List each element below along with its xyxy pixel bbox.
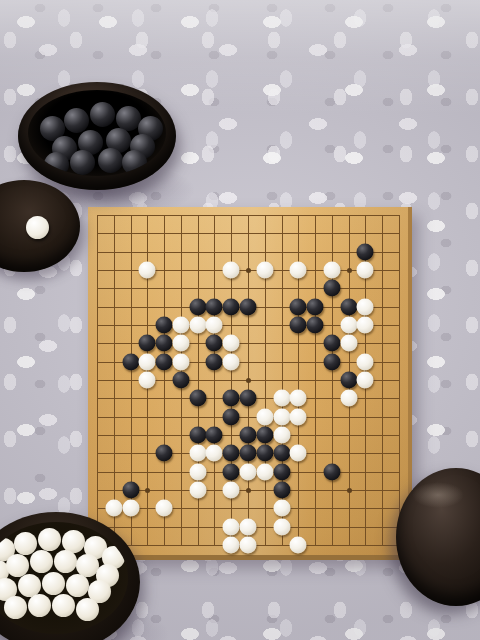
white-stone[interactable] <box>172 317 189 334</box>
white-stone[interactable] <box>189 482 206 499</box>
black-stone[interactable] <box>189 390 206 407</box>
white-stone[interactable] <box>122 500 139 517</box>
white-stone[interactable] <box>223 335 240 352</box>
white-stone[interactable] <box>223 262 240 279</box>
white-stone[interactable] <box>172 335 189 352</box>
hoshi-star-point <box>246 268 251 273</box>
captured-white-stone <box>26 216 49 239</box>
white-stone[interactable] <box>139 353 156 370</box>
white-stone[interactable] <box>156 500 173 517</box>
white-stone[interactable] <box>206 445 223 462</box>
black-stone[interactable] <box>206 427 223 444</box>
black-stone[interactable] <box>189 427 206 444</box>
white-stone[interactable] <box>223 482 240 499</box>
white-stone-in-bowl <box>54 550 77 573</box>
black-stone[interactable] <box>156 445 173 462</box>
black-stone[interactable] <box>240 445 257 462</box>
black-stone[interactable] <box>290 317 307 334</box>
white-stone[interactable] <box>223 537 240 554</box>
white-stone[interactable] <box>189 317 206 334</box>
white-stone[interactable] <box>290 262 307 279</box>
hoshi-star-point <box>347 268 352 273</box>
black-stone[interactable] <box>189 298 206 315</box>
white-stone[interactable] <box>273 427 290 444</box>
white-stone[interactable] <box>357 298 374 315</box>
black-stone-bowl[interactable] <box>18 82 176 190</box>
white-stone-in-bowl <box>52 594 75 617</box>
white-stone[interactable] <box>357 372 374 389</box>
white-stone[interactable] <box>240 463 257 480</box>
black-stone-in-bowl <box>70 150 95 175</box>
white-stone[interactable] <box>105 500 122 517</box>
grid-line-vertical <box>399 215 400 545</box>
white-stone[interactable] <box>256 262 273 279</box>
grid-line-horizontal <box>97 417 399 418</box>
white-stone-in-bowl <box>38 528 61 551</box>
black-stone[interactable] <box>223 408 240 425</box>
white-stone[interactable] <box>240 537 257 554</box>
black-stone[interactable] <box>273 463 290 480</box>
black-stone[interactable] <box>156 317 173 334</box>
black-stone[interactable] <box>206 335 223 352</box>
white-stone[interactable] <box>323 262 340 279</box>
photo-go-game-scene: { "game": "go", "board_size": 19, "scene… <box>0 0 480 640</box>
hoshi-star-point <box>145 488 150 493</box>
black-stone[interactable] <box>273 482 290 499</box>
black-stone-in-bowl <box>122 150 147 175</box>
black-stone[interactable] <box>307 317 324 334</box>
white-stone[interactable] <box>357 353 374 370</box>
black-stone[interactable] <box>172 372 189 389</box>
white-stone[interactable] <box>223 518 240 535</box>
white-stone[interactable] <box>273 500 290 517</box>
white-stone[interactable] <box>256 408 273 425</box>
grid-line-horizontal <box>97 508 399 509</box>
black-stone[interactable] <box>323 335 340 352</box>
white-stone-in-bowl <box>66 574 89 597</box>
white-stone-in-bowl <box>76 598 99 621</box>
black-stone[interactable] <box>256 445 273 462</box>
black-stone-in-bowl <box>64 108 89 133</box>
white-stone[interactable] <box>357 317 374 334</box>
white-stone[interactable] <box>206 317 223 334</box>
black-stone[interactable] <box>139 335 156 352</box>
white-stone[interactable] <box>273 408 290 425</box>
white-stone[interactable] <box>189 463 206 480</box>
white-stone[interactable] <box>273 518 290 535</box>
white-stone-in-bowl <box>28 594 51 617</box>
white-stone[interactable] <box>273 390 290 407</box>
go-board[interactable] <box>88 207 412 560</box>
black-stone-in-bowl <box>90 102 115 127</box>
black-stone[interactable] <box>122 482 139 499</box>
white-stone[interactable] <box>240 518 257 535</box>
white-stone[interactable] <box>340 390 357 407</box>
black-stone[interactable] <box>323 353 340 370</box>
hoshi-star-point <box>347 488 352 493</box>
white-stone[interactable] <box>172 353 189 370</box>
black-stone[interactable] <box>156 335 173 352</box>
white-stone[interactable] <box>290 537 307 554</box>
white-stone[interactable] <box>290 390 307 407</box>
white-stone-in-bowl <box>42 572 65 595</box>
black-stone[interactable] <box>323 463 340 480</box>
black-stone[interactable] <box>290 298 307 315</box>
white-stone[interactable] <box>357 262 374 279</box>
white-stone[interactable] <box>189 445 206 462</box>
white-stone-in-bowl <box>30 550 53 573</box>
grid-line-vertical <box>315 215 316 545</box>
white-stone[interactable] <box>223 353 240 370</box>
white-stone[interactable] <box>340 335 357 352</box>
white-stone[interactable] <box>256 463 273 480</box>
black-stone[interactable] <box>273 445 290 462</box>
bowl-glint-highlight <box>412 482 464 508</box>
white-stone[interactable] <box>139 262 156 279</box>
black-stone[interactable] <box>240 390 257 407</box>
black-stone[interactable] <box>240 427 257 444</box>
black-stone[interactable] <box>340 372 357 389</box>
black-stone[interactable] <box>340 298 357 315</box>
black-stone[interactable] <box>240 298 257 315</box>
white-stone[interactable] <box>290 408 307 425</box>
black-stone[interactable] <box>323 280 340 297</box>
black-stone-in-bowl <box>98 148 123 173</box>
black-stone-bowl-opening <box>28 90 166 176</box>
white-stone[interactable] <box>290 445 307 462</box>
hoshi-star-point <box>246 488 251 493</box>
black-stone[interactable] <box>122 353 139 370</box>
black-stone[interactable] <box>223 390 240 407</box>
white-stone[interactable] <box>340 317 357 334</box>
black-stone[interactable] <box>357 243 374 260</box>
black-stone[interactable] <box>223 445 240 462</box>
white-stone[interactable] <box>139 372 156 389</box>
black-stone[interactable] <box>156 353 173 370</box>
white-stone-in-bowl <box>4 596 27 619</box>
black-stone-in-bowl <box>44 152 69 176</box>
grid-line-vertical <box>382 215 383 545</box>
black-stone[interactable] <box>223 463 240 480</box>
black-stone[interactable] <box>206 298 223 315</box>
black-stone[interactable] <box>223 298 240 315</box>
black-stone[interactable] <box>307 298 324 315</box>
black-stone[interactable] <box>206 353 223 370</box>
white-stone-bowl-opening <box>0 522 128 634</box>
hoshi-star-point <box>246 378 251 383</box>
black-stone[interactable] <box>256 427 273 444</box>
